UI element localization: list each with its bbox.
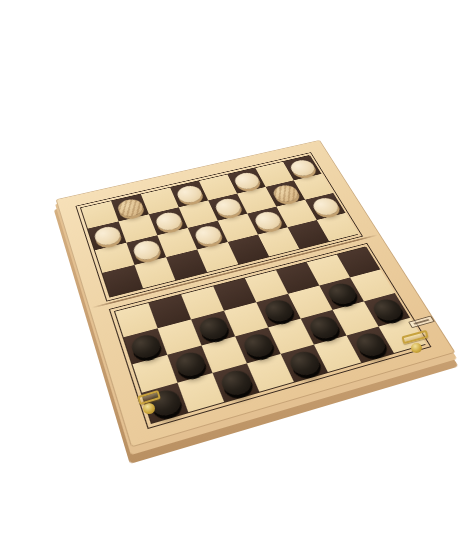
brass-clasp-left [138, 393, 160, 414]
checkers-board [56, 140, 456, 448]
black-checker [172, 349, 208, 378]
product-photo [0, 0, 470, 558]
clasp-knob-icon [411, 343, 422, 353]
black-checker [369, 296, 405, 322]
black-checker [240, 331, 276, 359]
white-checker [252, 210, 284, 232]
black-checker [128, 332, 162, 360]
black-checker [217, 367, 254, 397]
black-checker [261, 297, 296, 323]
brand-stamp-text [413, 319, 429, 325]
clasp-knob-icon [143, 403, 155, 414]
brass-clasp-right [402, 333, 428, 353]
white-checker [309, 196, 341, 217]
black-checker [196, 314, 231, 341]
